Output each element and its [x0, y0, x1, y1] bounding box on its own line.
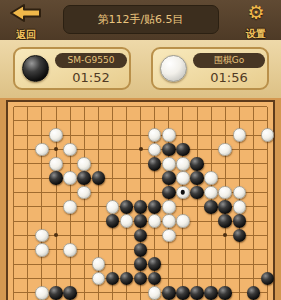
back-label: 返回 — [16, 29, 36, 40]
black-stone — [134, 214, 148, 228]
black-stone — [162, 186, 176, 200]
white-stone — [63, 143, 77, 157]
black-stone — [190, 171, 204, 185]
black-stone — [148, 157, 162, 171]
white-stone — [35, 286, 49, 300]
top-bar: 返回 第112手/贴6.5目 ⚙ 设置 — [0, 0, 281, 40]
black-stone — [162, 286, 176, 300]
white-stone — [120, 214, 134, 228]
white-stone — [261, 128, 275, 142]
white-stone — [148, 214, 162, 228]
white-stone — [106, 200, 120, 214]
black-stone — [134, 243, 148, 257]
black-stone — [247, 286, 261, 300]
white-stone — [35, 143, 49, 157]
white-stone — [218, 143, 232, 157]
black-stone — [176, 286, 190, 300]
go-app-screen: { "game": "go", "header": { "back_label"… — [0, 0, 281, 300]
white-stone — [148, 286, 162, 300]
white-stone — [176, 157, 190, 171]
white-stone — [63, 171, 77, 185]
board-grid-layer — [0, 98, 281, 300]
black-stone — [49, 171, 63, 185]
star-point — [54, 147, 58, 151]
player-card-black: SM-G9550 01:52 — [13, 47, 131, 90]
white-stone — [233, 186, 247, 200]
white-stone — [233, 128, 247, 142]
black-stone — [218, 200, 232, 214]
black-stone — [233, 229, 247, 243]
white-stone — [162, 229, 176, 243]
white-stone — [176, 214, 190, 228]
black-player-name: SM-G9550 — [55, 53, 127, 68]
white-stone — [162, 214, 176, 228]
white-stone-avatar — [160, 55, 187, 82]
black-stone — [134, 272, 148, 286]
black-stone — [106, 272, 120, 286]
white-stone-last-move — [176, 186, 190, 200]
gear-icon: ⚙ — [236, 2, 276, 22]
black-stone — [162, 171, 176, 185]
white-stone — [49, 157, 63, 171]
black-stone — [63, 286, 77, 300]
white-stone — [148, 143, 162, 157]
settings-button[interactable]: ⚙ 设置 — [236, 2, 276, 39]
black-stone — [134, 200, 148, 214]
black-player-timer: 01:52 — [55, 70, 127, 85]
white-stone — [176, 171, 190, 185]
black-stone — [204, 286, 218, 300]
last-move-marker — [181, 190, 186, 195]
player-card-white: 围棋Go 01:56 — [151, 47, 269, 90]
black-stone — [190, 157, 204, 171]
black-stone — [162, 143, 176, 157]
white-stone — [49, 128, 63, 142]
black-stone-avatar — [22, 55, 49, 82]
back-arrow-icon — [9, 3, 43, 23]
black-stone — [148, 200, 162, 214]
black-stone — [233, 214, 247, 228]
black-stone — [190, 286, 204, 300]
white-stone — [233, 200, 247, 214]
black-stone — [134, 257, 148, 271]
black-stone — [120, 200, 134, 214]
white-stone — [162, 200, 176, 214]
white-stone — [77, 157, 91, 171]
white-stone — [204, 186, 218, 200]
white-stone — [63, 243, 77, 257]
white-stone — [92, 272, 106, 286]
black-stone — [134, 229, 148, 243]
grid-line-horizontal — [14, 120, 268, 121]
move-info-title: 第112手/贴6.5目 — [63, 5, 219, 34]
white-stone — [63, 200, 77, 214]
white-stone — [77, 186, 91, 200]
white-stone — [218, 186, 232, 200]
white-stone — [148, 128, 162, 142]
white-stone — [162, 157, 176, 171]
back-button[interactable]: 返回 — [6, 3, 46, 39]
grid-line-horizontal — [14, 106, 268, 107]
player-strip: SM-G9550 01:52 围棋Go 01:56 — [0, 40, 281, 100]
black-stone — [77, 171, 91, 185]
black-stone — [261, 272, 275, 286]
black-stone — [218, 214, 232, 228]
black-stone — [176, 143, 190, 157]
white-stone — [35, 229, 49, 243]
white-stone — [35, 243, 49, 257]
settings-label: 设置 — [246, 28, 266, 39]
white-stone — [92, 257, 106, 271]
black-stone — [120, 272, 134, 286]
black-stone — [148, 272, 162, 286]
black-stone — [106, 214, 120, 228]
black-stone — [92, 171, 106, 185]
white-player-timer: 01:56 — [193, 70, 265, 85]
white-stone — [204, 171, 218, 185]
go-board[interactable] — [0, 98, 281, 300]
star-point — [223, 233, 227, 237]
black-stone — [190, 186, 204, 200]
star-point — [54, 233, 58, 237]
black-stone — [218, 286, 232, 300]
white-player-name: 围棋Go — [193, 53, 265, 68]
white-stone — [162, 128, 176, 142]
black-stone — [49, 286, 63, 300]
black-stone — [148, 257, 162, 271]
black-stone — [204, 200, 218, 214]
